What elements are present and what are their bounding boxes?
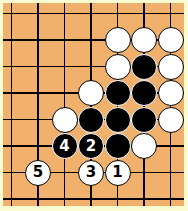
stone-black-move-2[interactable]: 2 [78, 133, 104, 159]
stone-white[interactable] [158, 80, 184, 106]
stone-black[interactable] [78, 107, 104, 133]
stone-black[interactable] [105, 80, 131, 106]
stone-white[interactable] [131, 133, 157, 159]
stone-white[interactable] [158, 54, 184, 80]
grid-line-vertical [64, 3, 66, 206]
stone-black[interactable] [131, 107, 157, 133]
grid-line-horizontal [3, 198, 184, 200]
stone-white[interactable] [78, 80, 104, 106]
go-board[interactable]: 42531 [3, 3, 184, 206]
stone-white[interactable] [131, 27, 157, 53]
stone-white-move-5[interactable]: 5 [25, 160, 51, 186]
stone-black[interactable] [105, 107, 131, 133]
stone-white[interactable] [105, 27, 131, 53]
stone-black[interactable] [131, 80, 157, 106]
stone-black[interactable] [131, 54, 157, 80]
stone-white[interactable] [158, 107, 184, 133]
grid-line-horizontal [3, 13, 184, 15]
stone-black-move-4[interactable]: 4 [52, 133, 78, 159]
stone-white-move-1[interactable]: 1 [105, 160, 131, 186]
stone-white[interactable] [158, 27, 184, 53]
grid-line-vertical [11, 3, 13, 206]
stone-black[interactable] [105, 133, 131, 159]
stone-white[interactable] [105, 54, 131, 80]
stone-white-move-3[interactable]: 3 [78, 160, 104, 186]
stone-white[interactable] [52, 107, 78, 133]
diagram-frame: 42531 [0, 0, 188, 211]
